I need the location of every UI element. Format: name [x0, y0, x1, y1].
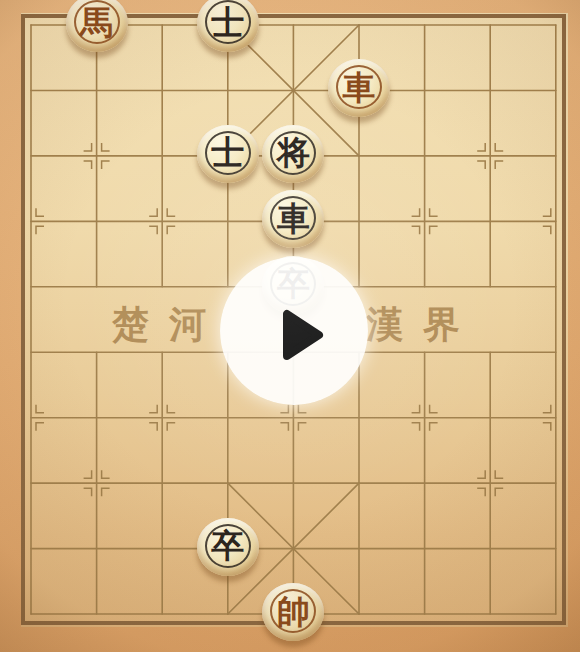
xiangqi-video-frame: 楚河 漢界 馬士車士将車卒卒帥: [0, 0, 580, 652]
piece-red-chariot: 車: [328, 59, 390, 117]
piece-black-chariot: 車: [262, 190, 324, 248]
piece-glyph: 車: [343, 71, 376, 104]
piece-red-general: 帥: [262, 583, 324, 641]
play-button[interactable]: [220, 257, 368, 405]
piece-black-soldier: 卒: [197, 518, 259, 576]
play-icon: [282, 309, 324, 361]
piece-red-horse: 馬: [66, 0, 128, 52]
piece-glyph: 士: [211, 136, 244, 169]
piece-glyph: 卒: [211, 529, 244, 562]
piece-black-general: 将: [262, 125, 324, 183]
piece-black-advisor: 士: [197, 125, 259, 183]
piece-glyph: 馬: [80, 6, 113, 39]
piece-glyph: 車: [277, 202, 310, 235]
piece-glyph: 帥: [277, 595, 310, 628]
piece-glyph: 将: [277, 136, 310, 169]
piece-glyph: 士: [211, 6, 244, 39]
piece-black-advisor: 士: [197, 0, 259, 52]
